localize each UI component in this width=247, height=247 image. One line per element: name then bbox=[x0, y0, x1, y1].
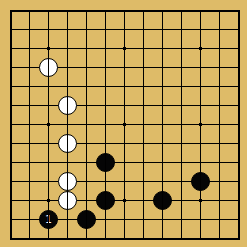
intersection[interactable] bbox=[134, 1, 153, 20]
intersection[interactable] bbox=[210, 58, 229, 77]
hoshi-point bbox=[199, 123, 202, 126]
intersection[interactable] bbox=[210, 20, 229, 39]
intersection[interactable] bbox=[115, 229, 134, 247]
intersection[interactable] bbox=[39, 96, 58, 115]
intersection[interactable] bbox=[191, 153, 210, 172]
intersection[interactable] bbox=[39, 115, 58, 134]
intersection[interactable] bbox=[1, 172, 20, 191]
intersection[interactable] bbox=[115, 96, 134, 115]
intersection[interactable] bbox=[115, 172, 134, 191]
intersection[interactable] bbox=[58, 20, 77, 39]
intersection[interactable] bbox=[58, 229, 77, 247]
intersection[interactable] bbox=[191, 229, 210, 247]
intersection[interactable] bbox=[229, 77, 247, 96]
black-stone[interactable] bbox=[153, 191, 172, 210]
intersection[interactable] bbox=[153, 153, 172, 172]
intersection[interactable] bbox=[134, 77, 153, 96]
intersection[interactable] bbox=[210, 172, 229, 191]
move-number-label: 1 bbox=[40, 211, 57, 228]
intersection[interactable] bbox=[210, 77, 229, 96]
intersection[interactable] bbox=[229, 229, 247, 247]
intersection[interactable] bbox=[134, 39, 153, 58]
intersection[interactable] bbox=[20, 20, 39, 39]
intersection[interactable] bbox=[58, 115, 77, 134]
intersection[interactable] bbox=[77, 58, 96, 77]
intersection[interactable] bbox=[172, 115, 191, 134]
intersection[interactable] bbox=[134, 20, 153, 39]
intersection[interactable] bbox=[153, 20, 172, 39]
intersection[interactable] bbox=[58, 134, 77, 153]
intersection[interactable] bbox=[1, 134, 20, 153]
intersection[interactable] bbox=[77, 134, 96, 153]
intersection[interactable] bbox=[191, 115, 210, 134]
intersection[interactable] bbox=[96, 20, 115, 39]
intersection[interactable] bbox=[153, 134, 172, 153]
intersection[interactable] bbox=[115, 77, 134, 96]
intersection[interactable] bbox=[20, 58, 39, 77]
intersection[interactable] bbox=[58, 39, 77, 58]
intersection[interactable] bbox=[115, 210, 134, 229]
white-stone[interactable] bbox=[58, 172, 77, 191]
intersection[interactable] bbox=[210, 191, 229, 210]
intersection[interactable] bbox=[96, 1, 115, 20]
intersection[interactable] bbox=[210, 39, 229, 58]
intersection[interactable] bbox=[229, 153, 247, 172]
intersection[interactable] bbox=[77, 1, 96, 20]
intersection[interactable] bbox=[20, 134, 39, 153]
intersection[interactable] bbox=[96, 229, 115, 247]
black-stone[interactable] bbox=[96, 153, 115, 172]
intersection[interactable] bbox=[229, 134, 247, 153]
intersection[interactable] bbox=[20, 153, 39, 172]
intersection[interactable] bbox=[172, 96, 191, 115]
intersection[interactable] bbox=[210, 210, 229, 229]
intersection[interactable] bbox=[172, 77, 191, 96]
hoshi-point bbox=[123, 123, 126, 126]
intersection[interactable] bbox=[172, 1, 191, 20]
intersection[interactable] bbox=[39, 172, 58, 191]
intersection[interactable] bbox=[96, 210, 115, 229]
intersection[interactable] bbox=[229, 39, 247, 58]
intersection[interactable] bbox=[1, 39, 20, 58]
intersection[interactable] bbox=[115, 153, 134, 172]
intersection[interactable] bbox=[153, 172, 172, 191]
intersection[interactable] bbox=[77, 153, 96, 172]
intersection[interactable] bbox=[229, 96, 247, 115]
intersection[interactable] bbox=[20, 191, 39, 210]
intersection[interactable] bbox=[153, 229, 172, 247]
intersection[interactable] bbox=[153, 58, 172, 77]
intersection[interactable] bbox=[58, 1, 77, 20]
intersection[interactable] bbox=[172, 153, 191, 172]
intersection[interactable] bbox=[77, 191, 96, 210]
intersection[interactable] bbox=[39, 20, 58, 39]
intersection[interactable] bbox=[20, 96, 39, 115]
intersection[interactable] bbox=[153, 115, 172, 134]
hoshi-point bbox=[199, 47, 202, 50]
go-board: 1 bbox=[1, 1, 247, 247]
hoshi-point bbox=[47, 123, 50, 126]
intersection[interactable] bbox=[229, 1, 247, 20]
intersection[interactable] bbox=[172, 39, 191, 58]
intersection[interactable] bbox=[191, 134, 210, 153]
intersection[interactable] bbox=[229, 58, 247, 77]
intersection[interactable] bbox=[153, 1, 172, 20]
hoshi-point bbox=[47, 199, 50, 202]
intersection[interactable] bbox=[1, 153, 20, 172]
intersection[interactable] bbox=[191, 1, 210, 20]
intersection[interactable] bbox=[39, 153, 58, 172]
intersection[interactable] bbox=[1, 115, 20, 134]
black-stone[interactable]: 1 bbox=[39, 210, 58, 229]
intersection[interactable] bbox=[1, 191, 20, 210]
intersection[interactable] bbox=[172, 134, 191, 153]
intersection[interactable] bbox=[96, 115, 115, 134]
intersection[interactable] bbox=[153, 77, 172, 96]
intersection[interactable] bbox=[58, 153, 77, 172]
white-stone[interactable] bbox=[58, 134, 77, 153]
black-stone[interactable] bbox=[77, 210, 96, 229]
intersection[interactable] bbox=[210, 96, 229, 115]
intersection[interactable] bbox=[153, 96, 172, 115]
intersection[interactable] bbox=[39, 58, 58, 77]
intersection[interactable] bbox=[39, 191, 58, 210]
intersection[interactable] bbox=[191, 77, 210, 96]
white-stone[interactable] bbox=[58, 96, 77, 115]
intersection[interactable] bbox=[115, 115, 134, 134]
black-stone[interactable] bbox=[191, 172, 210, 191]
intersection[interactable] bbox=[191, 96, 210, 115]
intersection[interactable] bbox=[210, 153, 229, 172]
hoshi-point bbox=[199, 199, 202, 202]
white-stone[interactable] bbox=[39, 58, 58, 77]
intersection[interactable] bbox=[39, 77, 58, 96]
intersection[interactable] bbox=[115, 191, 134, 210]
intersection[interactable] bbox=[58, 172, 77, 191]
intersection[interactable] bbox=[229, 20, 247, 39]
intersection[interactable] bbox=[58, 58, 77, 77]
intersection[interactable] bbox=[1, 58, 20, 77]
intersection[interactable] bbox=[191, 191, 210, 210]
intersection[interactable] bbox=[191, 210, 210, 229]
intersection[interactable] bbox=[58, 210, 77, 229]
intersection[interactable] bbox=[172, 229, 191, 247]
intersection[interactable] bbox=[191, 58, 210, 77]
intersection[interactable] bbox=[77, 20, 96, 39]
intersection[interactable] bbox=[153, 39, 172, 58]
intersection[interactable] bbox=[1, 229, 20, 247]
intersection[interactable] bbox=[1, 20, 20, 39]
intersection[interactable] bbox=[134, 172, 153, 191]
intersection[interactable] bbox=[96, 191, 115, 210]
intersection[interactable] bbox=[39, 229, 58, 247]
intersection[interactable] bbox=[58, 77, 77, 96]
intersection[interactable] bbox=[153, 191, 172, 210]
intersection[interactable] bbox=[96, 172, 115, 191]
intersection[interactable] bbox=[229, 115, 247, 134]
white-stone[interactable] bbox=[58, 191, 77, 210]
intersection[interactable] bbox=[134, 210, 153, 229]
intersection[interactable] bbox=[77, 172, 96, 191]
intersection[interactable] bbox=[134, 191, 153, 210]
intersection[interactable] bbox=[134, 115, 153, 134]
intersection[interactable] bbox=[77, 210, 96, 229]
intersection[interactable] bbox=[134, 229, 153, 247]
intersection[interactable] bbox=[77, 96, 96, 115]
intersection[interactable] bbox=[153, 210, 172, 229]
intersection[interactable] bbox=[229, 191, 247, 210]
intersection[interactable] bbox=[191, 20, 210, 39]
intersection[interactable] bbox=[191, 172, 210, 191]
intersection[interactable] bbox=[96, 77, 115, 96]
intersection[interactable] bbox=[172, 20, 191, 39]
intersection[interactable] bbox=[58, 191, 77, 210]
intersection[interactable] bbox=[20, 39, 39, 58]
intersection[interactable] bbox=[39, 39, 58, 58]
intersection[interactable] bbox=[96, 153, 115, 172]
intersection[interactable] bbox=[77, 39, 96, 58]
intersection[interactable] bbox=[96, 58, 115, 77]
intersection[interactable] bbox=[96, 96, 115, 115]
intersection[interactable] bbox=[20, 229, 39, 247]
intersection[interactable] bbox=[115, 134, 134, 153]
intersection[interactable] bbox=[20, 1, 39, 20]
intersection[interactable] bbox=[20, 172, 39, 191]
intersection[interactable] bbox=[96, 39, 115, 58]
intersection[interactable] bbox=[96, 134, 115, 153]
intersection[interactable] bbox=[77, 229, 96, 247]
intersection[interactable] bbox=[134, 96, 153, 115]
intersection[interactable]: 1 bbox=[39, 210, 58, 229]
intersection[interactable] bbox=[115, 20, 134, 39]
intersection[interactable] bbox=[1, 77, 20, 96]
intersection[interactable] bbox=[210, 229, 229, 247]
hoshi-point bbox=[47, 47, 50, 50]
intersection[interactable] bbox=[172, 191, 191, 210]
intersection[interactable] bbox=[39, 134, 58, 153]
black-stone[interactable] bbox=[96, 191, 115, 210]
intersection[interactable] bbox=[210, 1, 229, 20]
intersection[interactable] bbox=[1, 96, 20, 115]
intersection[interactable] bbox=[210, 115, 229, 134]
intersection[interactable] bbox=[20, 77, 39, 96]
intersection[interactable] bbox=[1, 1, 20, 20]
intersection[interactable] bbox=[229, 210, 247, 229]
intersection[interactable] bbox=[134, 134, 153, 153]
intersection[interactable] bbox=[191, 39, 210, 58]
intersection[interactable] bbox=[39, 1, 58, 20]
intersection[interactable] bbox=[20, 210, 39, 229]
go-board-diagram: 1 bbox=[0, 0, 247, 247]
intersection[interactable] bbox=[77, 77, 96, 96]
intersection[interactable] bbox=[134, 153, 153, 172]
intersection[interactable] bbox=[172, 172, 191, 191]
intersection[interactable] bbox=[20, 115, 39, 134]
intersection[interactable] bbox=[58, 96, 77, 115]
intersection[interactable] bbox=[229, 172, 247, 191]
intersection[interactable] bbox=[1, 210, 20, 229]
intersection[interactable] bbox=[172, 210, 191, 229]
intersection[interactable] bbox=[210, 134, 229, 153]
intersection[interactable] bbox=[115, 58, 134, 77]
intersection[interactable] bbox=[172, 58, 191, 77]
hoshi-point bbox=[123, 199, 126, 202]
hoshi-point bbox=[123, 47, 126, 50]
intersection[interactable] bbox=[134, 58, 153, 77]
intersection[interactable] bbox=[77, 115, 96, 134]
intersection[interactable] bbox=[115, 1, 134, 20]
intersection[interactable] bbox=[115, 39, 134, 58]
